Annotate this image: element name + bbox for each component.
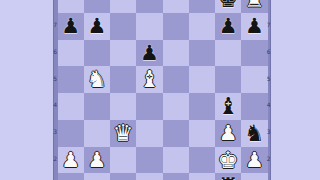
square-g8 bbox=[215, 0, 241, 13]
square-h1 bbox=[241, 173, 267, 180]
square-a2 bbox=[58, 147, 84, 174]
square-e5 bbox=[163, 66, 189, 93]
square-c8 bbox=[110, 0, 136, 13]
square-h2 bbox=[241, 147, 267, 174]
square-e6 bbox=[163, 40, 189, 67]
rank-label-6-right: 6 bbox=[267, 49, 272, 55]
square-b4 bbox=[84, 93, 110, 120]
square-a6 bbox=[58, 40, 84, 67]
square-a8 bbox=[58, 0, 84, 13]
square-g4 bbox=[215, 93, 241, 120]
square-f6 bbox=[189, 40, 215, 67]
square-c2 bbox=[110, 147, 136, 174]
square-d1 bbox=[136, 173, 162, 180]
square-e3 bbox=[163, 120, 189, 147]
square-g3 bbox=[215, 120, 241, 147]
square-e1 bbox=[163, 173, 189, 180]
square-g1 bbox=[215, 173, 241, 180]
square-g5 bbox=[215, 66, 241, 93]
square-f7 bbox=[189, 13, 215, 40]
square-b7 bbox=[84, 13, 110, 40]
rank-label-2-right: 2 bbox=[267, 156, 272, 162]
square-h3 bbox=[241, 120, 267, 147]
square-b2 bbox=[84, 147, 110, 174]
square-a4 bbox=[58, 93, 84, 120]
square-f4 bbox=[189, 93, 215, 120]
rank-label-7-right: 7 bbox=[267, 22, 272, 28]
rank-label-4-right: 4 bbox=[267, 102, 272, 108]
square-f3 bbox=[189, 120, 215, 147]
square-f1 bbox=[189, 173, 215, 180]
square-h6 bbox=[241, 40, 267, 67]
square-b1 bbox=[84, 173, 110, 180]
square-e2 bbox=[163, 147, 189, 174]
square-c3 bbox=[110, 120, 136, 147]
square-a3 bbox=[58, 120, 84, 147]
square-h8 bbox=[241, 0, 267, 13]
square-f8 bbox=[189, 0, 215, 13]
square-e4 bbox=[163, 93, 189, 120]
square-b3 bbox=[84, 120, 110, 147]
square-g2 bbox=[215, 147, 241, 174]
square-c7 bbox=[110, 13, 136, 40]
square-d3 bbox=[136, 120, 162, 147]
square-a5 bbox=[58, 66, 84, 93]
video-frame: ♚♜♟♟♟♟♟♞♝♝♛♟♞♟♟♚♟♜ 776655443322 bbox=[0, 0, 320, 180]
rank-label-2-left: 2 bbox=[53, 156, 58, 162]
rank-label-3-right: 3 bbox=[267, 129, 272, 135]
square-h4 bbox=[241, 93, 267, 120]
rank-label-6-left: 6 bbox=[53, 49, 58, 55]
square-c4 bbox=[110, 93, 136, 120]
square-e8 bbox=[163, 0, 189, 13]
square-h7 bbox=[241, 13, 267, 40]
rank-label-4-left: 4 bbox=[53, 102, 58, 108]
square-d5 bbox=[136, 66, 162, 93]
square-d6 bbox=[136, 40, 162, 67]
square-b8 bbox=[84, 0, 110, 13]
square-h5 bbox=[241, 66, 267, 93]
square-a1 bbox=[58, 173, 84, 180]
square-d7 bbox=[136, 13, 162, 40]
square-g6 bbox=[215, 40, 241, 67]
board-squares: ♚♜♟♟♟♟♟♞♝♝♛♟♞♟♟♚♟♜ bbox=[58, 0, 268, 180]
rank-label-7-left: 7 bbox=[53, 22, 58, 28]
rank-label-5-left: 5 bbox=[53, 76, 58, 82]
square-d8 bbox=[136, 0, 162, 13]
chess-board: ♚♜♟♟♟♟♟♞♝♝♛♟♞♟♟♚♟♜ 776655443322 bbox=[53, 0, 271, 180]
square-g7 bbox=[215, 13, 241, 40]
square-b5 bbox=[84, 66, 110, 93]
square-c6 bbox=[110, 40, 136, 67]
square-c1 bbox=[110, 173, 136, 180]
square-d2 bbox=[136, 147, 162, 174]
square-f2 bbox=[189, 147, 215, 174]
square-e7 bbox=[163, 13, 189, 40]
square-b6 bbox=[84, 40, 110, 67]
square-f5 bbox=[189, 66, 215, 93]
rank-label-3-left: 3 bbox=[53, 129, 58, 135]
square-c5 bbox=[110, 66, 136, 93]
rank-label-5-right: 5 bbox=[267, 76, 272, 82]
square-d4 bbox=[136, 93, 162, 120]
square-a7 bbox=[58, 13, 84, 40]
